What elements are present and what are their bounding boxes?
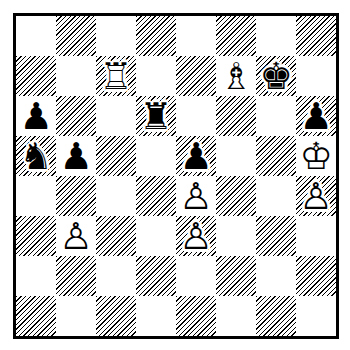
chess-board: ♜♖♝♗♚♚♟♟♜♜♟♟♞♞♟♟♟♟♚♔♟♙♟♙♟♙♟♙ [16,16,336,336]
board-frame: ♜♖♝♗♚♚♟♟♜♜♟♟♞♞♟♟♟♟♚♔♟♙♟♙♟♙♟♙ [13,13,339,339]
square-c5[interactable] [96,136,136,176]
square-a8[interactable] [16,16,56,56]
square-e1[interactable] [176,296,216,336]
square-g5[interactable] [256,136,296,176]
square-c4[interactable] [96,176,136,216]
square-h7[interactable] [296,56,336,96]
black-pawn: ♟♟ [296,96,336,136]
square-e7[interactable] [176,56,216,96]
white-pawn: ♟♙ [296,176,336,216]
square-a1[interactable] [16,296,56,336]
white-king: ♚♔ [296,136,336,176]
square-f7[interactable]: ♝♗ [216,56,256,96]
square-f2[interactable] [216,256,256,296]
square-d8[interactable] [136,16,176,56]
square-e6[interactable] [176,96,216,136]
square-a2[interactable] [16,256,56,296]
square-e5[interactable]: ♟♟ [176,136,216,176]
square-a5[interactable]: ♞♞ [16,136,56,176]
square-d1[interactable] [136,296,176,336]
square-c1[interactable] [96,296,136,336]
square-a4[interactable] [16,176,56,216]
square-h6[interactable]: ♟♟ [296,96,336,136]
black-pawn: ♟♟ [56,136,96,176]
black-knight: ♞♞ [16,136,56,176]
square-b1[interactable] [56,296,96,336]
square-f5[interactable] [216,136,256,176]
square-c2[interactable] [96,256,136,296]
square-h5[interactable]: ♚♔ [296,136,336,176]
black-rook: ♜♜ [136,96,176,136]
black-king: ♚♚ [256,56,296,96]
square-g4[interactable] [256,176,296,216]
square-g7[interactable]: ♚♚ [256,56,296,96]
square-h3[interactable] [296,216,336,256]
square-b5[interactable]: ♟♟ [56,136,96,176]
square-c8[interactable] [96,16,136,56]
square-d5[interactable] [136,136,176,176]
square-c3[interactable] [96,216,136,256]
square-g6[interactable] [256,96,296,136]
black-pawn: ♟♟ [176,136,216,176]
square-d6[interactable]: ♜♜ [136,96,176,136]
white-rook: ♜♖ [96,56,136,96]
square-g2[interactable] [256,256,296,296]
square-f8[interactable] [216,16,256,56]
square-b3[interactable]: ♟♙ [56,216,96,256]
square-d7[interactable] [136,56,176,96]
square-h8[interactable] [296,16,336,56]
square-b8[interactable] [56,16,96,56]
square-h2[interactable] [296,256,336,296]
black-pawn: ♟♟ [16,96,56,136]
white-pawn: ♟♙ [176,176,216,216]
square-e4[interactable]: ♟♙ [176,176,216,216]
square-c6[interactable] [96,96,136,136]
square-b6[interactable] [56,96,96,136]
square-b7[interactable] [56,56,96,96]
square-e8[interactable] [176,16,216,56]
square-g1[interactable] [256,296,296,336]
square-g8[interactable] [256,16,296,56]
square-f3[interactable] [216,216,256,256]
chess-diagram-page: ♜♖♝♗♚♚♟♟♜♜♟♟♞♞♟♟♟♟♚♔♟♙♟♙♟♙♟♙ [0,0,350,350]
square-c7[interactable]: ♜♖ [96,56,136,96]
square-g3[interactable] [256,216,296,256]
square-h4[interactable]: ♟♙ [296,176,336,216]
square-a6[interactable]: ♟♟ [16,96,56,136]
square-f6[interactable] [216,96,256,136]
square-d4[interactable] [136,176,176,216]
square-f4[interactable] [216,176,256,216]
square-f1[interactable] [216,296,256,336]
square-b4[interactable] [56,176,96,216]
square-e2[interactable] [176,256,216,296]
square-a3[interactable] [16,216,56,256]
square-d2[interactable] [136,256,176,296]
square-h1[interactable] [296,296,336,336]
square-e3[interactable]: ♟♙ [176,216,216,256]
white-pawn: ♟♙ [56,216,96,256]
square-d3[interactable] [136,216,176,256]
square-b2[interactable] [56,256,96,296]
square-a7[interactable] [16,56,56,96]
white-pawn: ♟♙ [176,216,216,256]
white-bishop: ♝♗ [216,56,256,96]
